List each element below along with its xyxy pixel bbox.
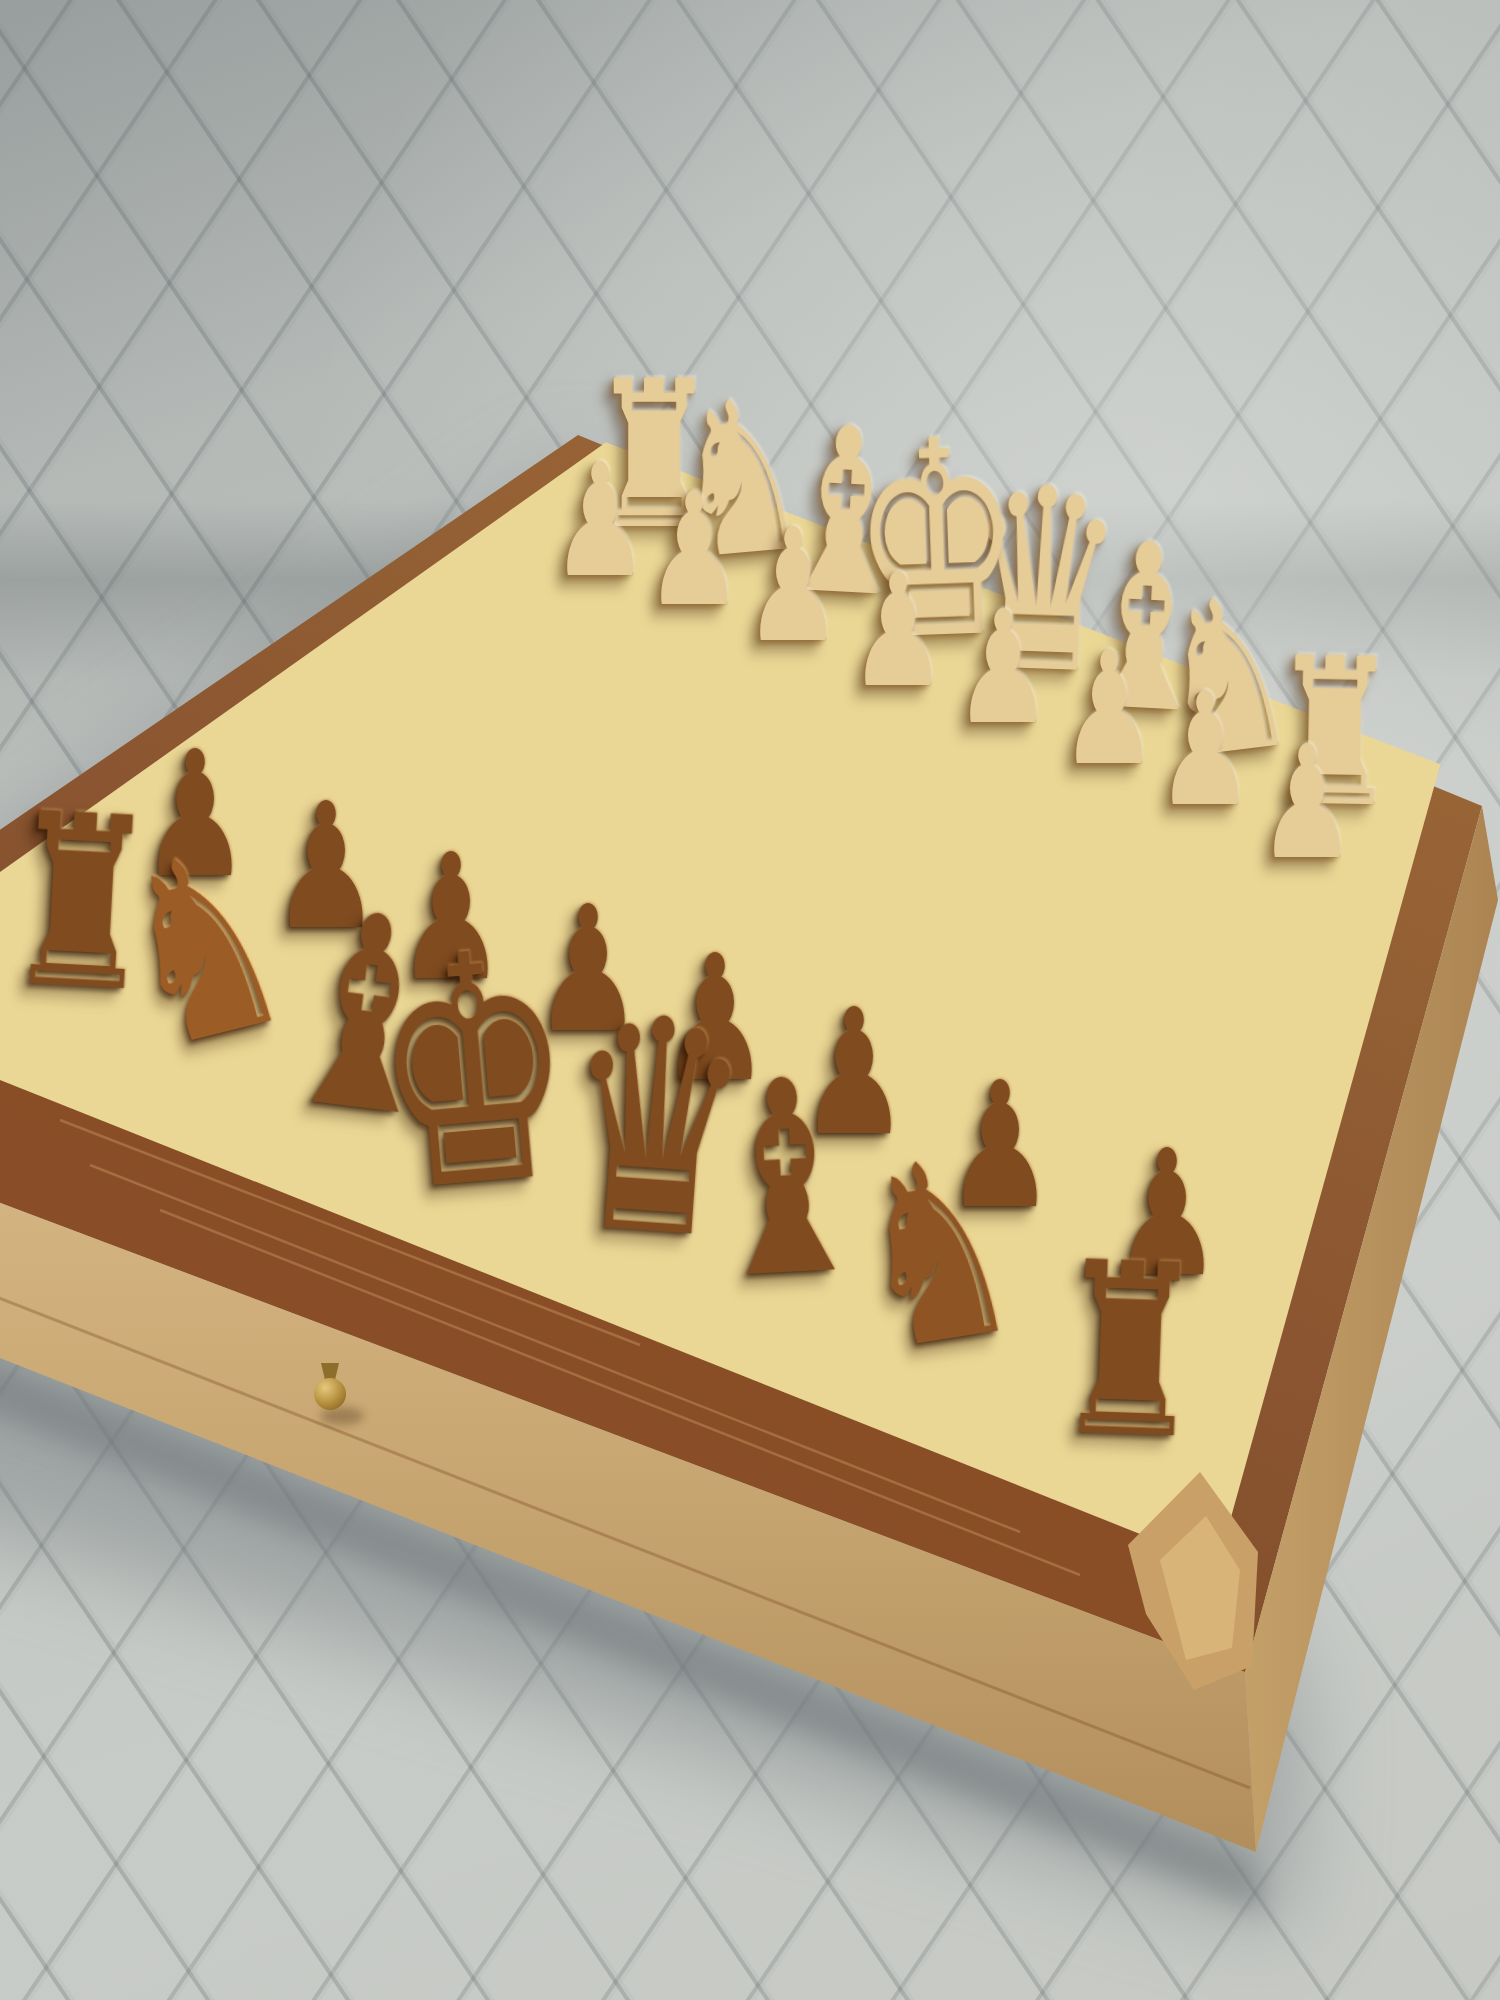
piece-black-rook[interactable]: ♜ [1051, 1242, 1208, 1461]
piece-white-pawn[interactable]: ♟ [1156, 680, 1254, 820]
knob-shadow [320, 1407, 364, 1425]
drawer-knob [314, 1378, 346, 1410]
piece-white-pawn[interactable]: ♟ [1258, 733, 1356, 873]
piece-white-pawn[interactable]: ♟ [954, 598, 1052, 738]
piece-white-pawn[interactable]: ♟ [1060, 639, 1158, 779]
piece-white-pawn[interactable]: ♟ [646, 480, 744, 620]
piece-white-pawn[interactable]: ♟ [849, 561, 947, 701]
piece-black-rook[interactable]: ♜ [1, 793, 161, 1015]
piece-white-pawn[interactable]: ♟ [744, 517, 842, 657]
piece-white-pawn[interactable]: ♟ [551, 452, 649, 592]
photo-scene: ♜♞♝♛♚♝♞♜♟♟♟♟♟♟♟♟♟♟♟♟♟♟♟♟♜♞♝♛♚♝♞♜ [0, 0, 1500, 2000]
